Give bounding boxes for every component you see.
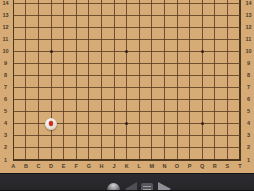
- grid-line-col-N: [164, 0, 165, 161]
- star-point-q10: [201, 50, 204, 53]
- coord-label-col-H: H: [96, 163, 106, 170]
- grid-line-col-F: [76, 0, 77, 161]
- coord-label-row-9-left: 9: [0, 60, 11, 67]
- grid-line-col-A: [13, 0, 15, 161]
- grid-line-col-M: [151, 0, 152, 161]
- coord-label-row-8-right: 8: [243, 72, 254, 79]
- grid-line-row-1: [13, 159, 241, 161]
- coord-label-col-C: C: [33, 163, 43, 170]
- grid-line-col-E: [63, 0, 64, 161]
- grid-line-col-H: [101, 0, 102, 161]
- white-stone-d4: [45, 118, 57, 130]
- grid-line-row-5: [13, 111, 241, 112]
- coord-label-row-11-left: 11: [0, 36, 11, 43]
- coord-label-row-3-left: 3: [0, 132, 11, 139]
- coord-label-col-E: E: [59, 163, 69, 170]
- next-move-icon[interactable]: [158, 182, 171, 191]
- coord-label-row-2-left: 2: [0, 144, 11, 151]
- coord-label-row-13-left: 13: [0, 12, 11, 19]
- coord-label-row-6-left: 6: [0, 96, 11, 103]
- coord-label-col-O: O: [172, 163, 182, 170]
- coord-label-col-G: G: [84, 163, 94, 170]
- grid-line-row-11: [13, 39, 241, 40]
- coord-label-row-10-left: 10: [0, 48, 11, 55]
- grid-line-row-9: [13, 63, 241, 64]
- grid-line-col-L: [139, 0, 140, 161]
- coord-label-row-5-left: 5: [0, 108, 11, 115]
- grid-line-col-O: [177, 0, 178, 161]
- coord-label-row-12-left: 12: [0, 24, 11, 31]
- coord-label-row-14-right: 14: [243, 0, 254, 7]
- playback-bar: [0, 173, 254, 190]
- coord-label-col-L: L: [134, 163, 144, 170]
- coord-label-col-K: K: [122, 163, 132, 170]
- move-list-icon[interactable]: [141, 183, 153, 191]
- coord-label-col-A: A: [8, 163, 18, 170]
- coord-label-col-N: N: [159, 163, 169, 170]
- coord-label-col-P: P: [185, 163, 195, 170]
- coord-label-row-8-left: 8: [0, 72, 11, 79]
- grid-line-col-Q: [202, 0, 203, 161]
- grid-line-col-P: [189, 0, 190, 161]
- grid-line-col-B: [25, 0, 26, 161]
- coord-label-row-7-left: 7: [0, 84, 11, 91]
- coord-label-row-12-right: 12: [243, 24, 254, 31]
- coord-label-row-1-right: 1: [243, 157, 254, 164]
- coord-label-col-F: F: [71, 163, 81, 170]
- grid-line-row-3: [13, 135, 241, 136]
- coord-label-row-9-right: 9: [243, 60, 254, 67]
- coord-label-row-10-right: 10: [243, 48, 254, 55]
- coord-label-row-4-left: 4: [0, 120, 11, 127]
- grid-line-col-J: [114, 0, 115, 161]
- grid-line-row-6: [13, 99, 241, 100]
- go-app-screen: ABCDEFGHJKLMNOPQRST112233445566778899101…: [0, 0, 254, 190]
- coord-label-row-7-right: 7: [243, 84, 254, 91]
- grid-line-col-K: [126, 0, 127, 161]
- coord-label-row-2-right: 2: [243, 144, 254, 151]
- grid-line-row-13: [13, 15, 241, 16]
- coord-label-row-14-left: 14: [0, 0, 11, 7]
- grid-line-col-G: [88, 0, 89, 161]
- grid-line-row-14: [13, 3, 241, 4]
- go-board[interactable]: ABCDEFGHJKLMNOPQRST112233445566778899101…: [0, 0, 254, 173]
- coord-label-row-13-right: 13: [243, 12, 254, 19]
- coord-label-row-11-right: 11: [243, 36, 254, 43]
- grid-line-row-12: [13, 27, 241, 28]
- coord-label-row-4-right: 4: [243, 120, 254, 127]
- coord-label-row-5-right: 5: [243, 108, 254, 115]
- last-move-marker: [49, 121, 54, 126]
- star-point-q4: [201, 122, 204, 125]
- coord-label-row-3-right: 3: [243, 132, 254, 139]
- grid-line-row-2: [13, 147, 241, 148]
- coord-label-col-M: M: [147, 163, 157, 170]
- coord-label-col-T: T: [235, 163, 245, 170]
- coord-label-col-R: R: [210, 163, 220, 170]
- coord-label-row-6-right: 6: [243, 96, 254, 103]
- coord-label-col-S: S: [222, 163, 232, 170]
- grid-line-col-T: [239, 0, 241, 161]
- star-point-d10: [50, 50, 53, 53]
- grid-line-col-D: [51, 0, 52, 161]
- coord-label-col-B: B: [21, 163, 31, 170]
- star-point-k4: [125, 122, 128, 125]
- stone-icon[interactable]: [107, 183, 120, 190]
- coord-label-col-D: D: [46, 163, 56, 170]
- grid-line-row-8: [13, 75, 241, 76]
- grid-line-col-S: [227, 0, 228, 161]
- prev-move-icon[interactable]: [125, 182, 137, 190]
- coord-label-col-Q: Q: [197, 163, 207, 170]
- star-point-k10: [125, 50, 128, 53]
- coord-label-col-J: J: [109, 163, 119, 170]
- grid-line-row-7: [13, 87, 241, 88]
- grid-line-col-C: [38, 0, 39, 161]
- coord-label-row-1-left: 1: [0, 157, 11, 164]
- grid-line-col-R: [214, 0, 215, 161]
